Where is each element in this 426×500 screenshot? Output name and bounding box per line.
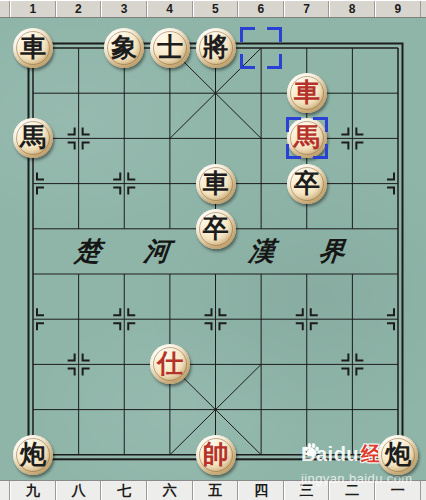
xiangqi-board[interactable]: Bai du 经验 jingyan.baidu.com 楚河漢界車象士將車馬馬車… xyxy=(0,18,426,480)
black-piece-象[interactable]: 象 xyxy=(104,28,144,68)
red-piece-帥[interactable]: 帥 xyxy=(196,435,236,475)
baidu-paw-icon xyxy=(302,441,321,460)
board-grid-lines xyxy=(0,18,426,480)
piece-glyph: 馬 xyxy=(20,124,46,150)
piece-glyph: 炮 xyxy=(385,441,411,467)
river-text-1: 楚 xyxy=(73,234,103,269)
axis-stub xyxy=(0,481,10,500)
file-label-top-6: 6 xyxy=(238,1,284,17)
river-text-3: 漢 xyxy=(247,234,277,269)
piece-glyph: 士 xyxy=(157,34,183,60)
black-piece-炮[interactable]: 炮 xyxy=(378,435,418,475)
file-label-top-1: 1 xyxy=(10,1,56,17)
black-piece-卒[interactable]: 卒 xyxy=(287,164,327,204)
black-piece-將[interactable]: 將 xyxy=(196,28,236,68)
file-numbers-top: 123456789 xyxy=(0,0,426,18)
black-piece-士[interactable]: 士 xyxy=(150,28,190,68)
red-piece-車[interactable]: 車 xyxy=(287,73,327,113)
black-piece-車[interactable]: 車 xyxy=(13,28,53,68)
black-piece-卒[interactable]: 卒 xyxy=(196,209,236,249)
piece-glyph: 仕 xyxy=(157,350,183,376)
piece-glyph: 車 xyxy=(203,170,229,196)
piece-glyph: 馬 xyxy=(294,124,320,150)
file-label-bottom-3: 七 xyxy=(101,481,147,500)
file-label-top-9: 9 xyxy=(375,1,421,17)
file-label-top-7: 7 xyxy=(284,1,330,17)
piece-glyph: 卒 xyxy=(294,170,320,196)
file-label-bottom-2: 八 xyxy=(56,481,102,500)
river-text-2: 河 xyxy=(142,234,172,269)
piece-glyph: 卒 xyxy=(203,215,229,241)
file-label-top-5: 5 xyxy=(193,1,239,17)
file-label-bottom-1: 九 xyxy=(10,481,56,500)
file-label-bottom-6: 四 xyxy=(238,481,284,500)
red-piece-仕[interactable]: 仕 xyxy=(150,344,190,384)
black-piece-炮[interactable]: 炮 xyxy=(13,435,53,475)
file-label-bottom-4: 六 xyxy=(147,481,193,500)
watermark-brand-suffix: du xyxy=(334,443,359,466)
black-piece-車[interactable]: 車 xyxy=(196,164,236,204)
file-label-top-4: 4 xyxy=(147,1,193,17)
piece-glyph: 帥 xyxy=(203,441,229,467)
xiangqi-app-window: 123456789 Bai du 经验 jingyan.baidu.com 楚河… xyxy=(0,0,426,500)
file-label-top-2: 2 xyxy=(56,1,102,17)
file-label-top-8: 8 xyxy=(329,1,375,17)
piece-glyph: 炮 xyxy=(20,441,46,467)
file-label-bottom-5: 五 xyxy=(193,481,239,500)
piece-glyph: 象 xyxy=(111,34,137,60)
axis-stub xyxy=(0,1,10,17)
red-piece-馬[interactable]: 馬 xyxy=(287,118,327,158)
river-text-4: 界 xyxy=(317,234,347,269)
file-label-top-3: 3 xyxy=(101,1,147,17)
piece-glyph: 車 xyxy=(294,79,320,105)
piece-glyph: 將 xyxy=(203,34,229,60)
piece-glyph: 車 xyxy=(20,34,46,60)
